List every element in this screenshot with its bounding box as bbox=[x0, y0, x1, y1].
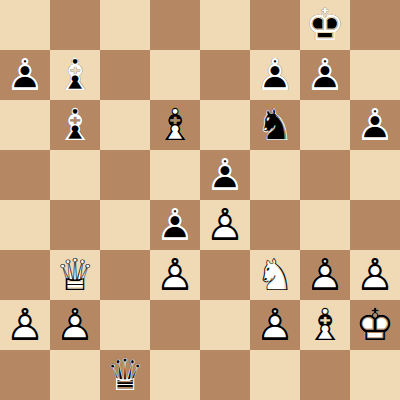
square-f6[interactable]: ♞♘ bbox=[250, 100, 300, 150]
square-d3[interactable]: ♟♙ bbox=[150, 250, 200, 300]
square-b7[interactable]: ♝♗ bbox=[50, 50, 100, 100]
square-d5[interactable] bbox=[150, 150, 200, 200]
white-pawn[interactable]: ♟♙ bbox=[50, 300, 100, 350]
square-a4[interactable] bbox=[0, 200, 50, 250]
white-knight-detail-glyph: ♘ bbox=[250, 250, 300, 300]
white-queen-detail-glyph: ♕ bbox=[50, 250, 100, 300]
square-h5[interactable] bbox=[350, 150, 400, 200]
square-d2[interactable] bbox=[150, 300, 200, 350]
black-pawn-fill-glyph: ♟ bbox=[250, 50, 300, 100]
black-pawn[interactable]: ♟♙ bbox=[350, 100, 400, 150]
black-bishop-detail-glyph: ♗ bbox=[50, 50, 100, 100]
square-b4[interactable] bbox=[50, 200, 100, 250]
black-pawn[interactable]: ♟♙ bbox=[150, 200, 200, 250]
black-pawn[interactable]: ♟♙ bbox=[0, 50, 50, 100]
square-d1[interactable] bbox=[150, 350, 200, 400]
white-pawn[interactable]: ♟♙ bbox=[350, 250, 400, 300]
white-pawn-fill-glyph: ♟ bbox=[200, 200, 250, 250]
black-knight-fill-glyph: ♞ bbox=[250, 100, 300, 150]
square-f4[interactable] bbox=[250, 200, 300, 250]
square-h4[interactable] bbox=[350, 200, 400, 250]
black-pawn-fill-glyph: ♟ bbox=[350, 100, 400, 150]
white-bishop-fill-glyph: ♝ bbox=[150, 100, 200, 150]
square-c3[interactable] bbox=[100, 250, 150, 300]
square-b2[interactable]: ♟♙ bbox=[50, 300, 100, 350]
white-king[interactable]: ♚♔ bbox=[350, 300, 400, 350]
black-pawn[interactable]: ♟♙ bbox=[300, 50, 350, 100]
black-pawn-detail-glyph: ♙ bbox=[200, 150, 250, 200]
square-c1[interactable]: ♛♕ bbox=[100, 350, 150, 400]
square-g6[interactable] bbox=[300, 100, 350, 150]
square-g4[interactable] bbox=[300, 200, 350, 250]
black-king-detail-glyph: ♔ bbox=[300, 0, 350, 50]
white-pawn-detail-glyph: ♙ bbox=[350, 250, 400, 300]
black-bishop-fill-glyph: ♝ bbox=[50, 100, 100, 150]
square-d4[interactable]: ♟♙ bbox=[150, 200, 200, 250]
square-b6[interactable]: ♝♗ bbox=[50, 100, 100, 150]
white-bishop-detail-glyph: ♗ bbox=[150, 100, 200, 150]
black-bishop-fill-glyph: ♝ bbox=[50, 50, 100, 100]
square-g7[interactable]: ♟♙ bbox=[300, 50, 350, 100]
square-h1[interactable] bbox=[350, 350, 400, 400]
black-pawn-detail-glyph: ♙ bbox=[0, 50, 50, 100]
black-pawn-detail-glyph: ♙ bbox=[250, 50, 300, 100]
white-queen[interactable]: ♛♕ bbox=[50, 250, 100, 300]
black-pawn-detail-glyph: ♙ bbox=[300, 50, 350, 100]
square-h2[interactable]: ♚♔ bbox=[350, 300, 400, 350]
black-pawn-fill-glyph: ♟ bbox=[300, 50, 350, 100]
white-pawn[interactable]: ♟♙ bbox=[300, 250, 350, 300]
square-b3[interactable]: ♛♕ bbox=[50, 250, 100, 300]
square-g8[interactable]: ♚♔ bbox=[300, 0, 350, 50]
black-pawn-detail-glyph: ♙ bbox=[350, 100, 400, 150]
square-a7[interactable]: ♟♙ bbox=[0, 50, 50, 100]
square-h3[interactable]: ♟♙ bbox=[350, 250, 400, 300]
square-e5[interactable]: ♟♙ bbox=[200, 150, 250, 200]
black-pawn[interactable]: ♟♙ bbox=[250, 50, 300, 100]
square-d6[interactable]: ♝♗ bbox=[150, 100, 200, 150]
white-pawn-detail-glyph: ♙ bbox=[0, 300, 50, 350]
white-pawn[interactable]: ♟♙ bbox=[200, 200, 250, 250]
black-pawn-fill-glyph: ♟ bbox=[200, 150, 250, 200]
black-pawn[interactable]: ♟♙ bbox=[200, 150, 250, 200]
white-pawn-fill-glyph: ♟ bbox=[300, 250, 350, 300]
black-queen-detail-glyph: ♕ bbox=[100, 350, 150, 400]
square-f5[interactable] bbox=[250, 150, 300, 200]
square-e1[interactable] bbox=[200, 350, 250, 400]
white-bishop-fill-glyph: ♝ bbox=[300, 300, 350, 350]
square-e2[interactable] bbox=[200, 300, 250, 350]
square-g5[interactable] bbox=[300, 150, 350, 200]
white-pawn-fill-glyph: ♟ bbox=[50, 300, 100, 350]
black-king-fill-glyph: ♚ bbox=[300, 0, 350, 50]
square-d8[interactable] bbox=[150, 0, 200, 50]
square-b5[interactable] bbox=[50, 150, 100, 200]
square-c5[interactable] bbox=[100, 150, 150, 200]
square-c2[interactable] bbox=[100, 300, 150, 350]
white-pawn-detail-glyph: ♙ bbox=[300, 250, 350, 300]
square-d7[interactable] bbox=[150, 50, 200, 100]
black-bishop-detail-glyph: ♗ bbox=[50, 100, 100, 150]
square-f1[interactable] bbox=[250, 350, 300, 400]
chess-board: ♚♔♟♙♝♗♟♙♟♙♝♗♝♗♞♘♟♙♟♙♟♙♟♙♛♕♟♙♞♘♟♙♟♙♟♙♟♙♟♙… bbox=[0, 0, 400, 400]
white-bishop[interactable]: ♝♗ bbox=[150, 100, 200, 150]
white-pawn[interactable]: ♟♙ bbox=[0, 300, 50, 350]
square-f2[interactable]: ♟♙ bbox=[250, 300, 300, 350]
square-c7[interactable] bbox=[100, 50, 150, 100]
square-e3[interactable] bbox=[200, 250, 250, 300]
square-c8[interactable] bbox=[100, 0, 150, 50]
square-f8[interactable] bbox=[250, 0, 300, 50]
black-pawn-fill-glyph: ♟ bbox=[150, 200, 200, 250]
square-g3[interactable]: ♟♙ bbox=[300, 250, 350, 300]
black-pawn-fill-glyph: ♟ bbox=[0, 50, 50, 100]
square-b1[interactable] bbox=[50, 350, 100, 400]
white-bishop[interactable]: ♝♗ bbox=[300, 300, 350, 350]
white-king-detail-glyph: ♔ bbox=[350, 300, 400, 350]
white-pawn-fill-glyph: ♟ bbox=[250, 300, 300, 350]
white-pawn[interactable]: ♟♙ bbox=[150, 250, 200, 300]
white-pawn-detail-glyph: ♙ bbox=[200, 200, 250, 250]
white-knight-fill-glyph: ♞ bbox=[250, 250, 300, 300]
white-pawn[interactable]: ♟♙ bbox=[250, 300, 300, 350]
square-h8[interactable] bbox=[350, 0, 400, 50]
square-h6[interactable]: ♟♙ bbox=[350, 100, 400, 150]
white-pawn-detail-glyph: ♙ bbox=[250, 300, 300, 350]
square-e8[interactable] bbox=[200, 0, 250, 50]
square-e7[interactable] bbox=[200, 50, 250, 100]
black-queen-fill-glyph: ♛ bbox=[100, 350, 150, 400]
white-pawn-fill-glyph: ♟ bbox=[350, 250, 400, 300]
square-a8[interactable] bbox=[0, 0, 50, 50]
square-c4[interactable] bbox=[100, 200, 150, 250]
white-pawn-detail-glyph: ♙ bbox=[50, 300, 100, 350]
white-pawn-detail-glyph: ♙ bbox=[150, 250, 200, 300]
square-g2[interactable]: ♝♗ bbox=[300, 300, 350, 350]
square-e4[interactable]: ♟♙ bbox=[200, 200, 250, 250]
square-a6[interactable] bbox=[0, 100, 50, 150]
white-queen-fill-glyph: ♛ bbox=[50, 250, 100, 300]
white-pawn-fill-glyph: ♟ bbox=[0, 300, 50, 350]
square-a5[interactable] bbox=[0, 150, 50, 200]
white-bishop-detail-glyph: ♗ bbox=[300, 300, 350, 350]
black-bishop[interactable]: ♝♗ bbox=[50, 100, 100, 150]
square-c6[interactable] bbox=[100, 100, 150, 150]
square-a2[interactable]: ♟♙ bbox=[0, 300, 50, 350]
black-queen[interactable]: ♛♕ bbox=[100, 350, 150, 400]
white-knight[interactable]: ♞♘ bbox=[250, 250, 300, 300]
black-knight-detail-glyph: ♘ bbox=[250, 100, 300, 150]
square-b8[interactable] bbox=[50, 0, 100, 50]
square-g1[interactable] bbox=[300, 350, 350, 400]
square-a3[interactable] bbox=[0, 250, 50, 300]
black-knight[interactable]: ♞♘ bbox=[250, 100, 300, 150]
black-pawn-detail-glyph: ♙ bbox=[150, 200, 200, 250]
white-king-fill-glyph: ♚ bbox=[350, 300, 400, 350]
square-h7[interactable] bbox=[350, 50, 400, 100]
white-pawn-fill-glyph: ♟ bbox=[150, 250, 200, 300]
square-e6[interactable] bbox=[200, 100, 250, 150]
square-f3[interactable]: ♞♘ bbox=[250, 250, 300, 300]
square-a1[interactable] bbox=[0, 350, 50, 400]
square-f7[interactable]: ♟♙ bbox=[250, 50, 300, 100]
black-bishop[interactable]: ♝♗ bbox=[50, 50, 100, 100]
black-king[interactable]: ♚♔ bbox=[300, 0, 350, 50]
